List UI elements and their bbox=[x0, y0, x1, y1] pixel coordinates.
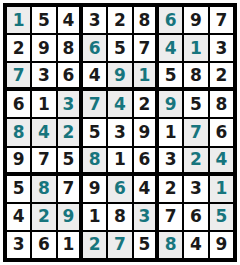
cell-r7c1[interactable]: 5 bbox=[7, 176, 30, 202]
cell-r3c2[interactable]: 3 bbox=[32, 63, 55, 89]
cell-r6c4[interactable]: 8 bbox=[83, 148, 106, 174]
cell-r8c2[interactable]: 2 bbox=[32, 204, 55, 230]
cell-r9c6[interactable]: 5 bbox=[134, 232, 157, 258]
cell-r2c6[interactable]: 7 bbox=[134, 35, 157, 61]
cell-r7c6[interactable]: 4 bbox=[134, 176, 157, 202]
cell-r8c4[interactable]: 1 bbox=[83, 204, 106, 230]
cell-r3c9[interactable]: 2 bbox=[210, 63, 233, 89]
cell-r8c6[interactable]: 3 bbox=[134, 204, 157, 230]
cell-r3c4[interactable]: 4 bbox=[83, 63, 106, 89]
cell-r6c2[interactable]: 7 bbox=[32, 148, 55, 174]
cell-r3c7[interactable]: 5 bbox=[159, 63, 182, 89]
cell-r1c4[interactable]: 3 bbox=[83, 7, 106, 33]
cell-r4c5[interactable]: 4 bbox=[108, 91, 131, 117]
cell-r1c1[interactable]: 1 bbox=[7, 7, 30, 33]
cell-r2c3[interactable]: 8 bbox=[58, 35, 81, 61]
cell-r4c6[interactable]: 2 bbox=[134, 91, 157, 117]
cell-r5c8[interactable]: 7 bbox=[184, 119, 207, 145]
cell-r2c7[interactable]: 4 bbox=[159, 35, 182, 61]
cell-r3c1[interactable]: 7 bbox=[7, 63, 30, 89]
cell-r1c6[interactable]: 8 bbox=[134, 7, 157, 33]
cell-r5c9[interactable]: 6 bbox=[210, 119, 233, 145]
cell-r1c2[interactable]: 5 bbox=[32, 7, 55, 33]
cell-r5c5[interactable]: 3 bbox=[108, 119, 131, 145]
cell-r6c3[interactable]: 5 bbox=[58, 148, 81, 174]
cell-r9c8[interactable]: 4 bbox=[184, 232, 207, 258]
cell-r9c4[interactable]: 2 bbox=[83, 232, 106, 258]
cell-r7c7[interactable]: 2 bbox=[159, 176, 182, 202]
sudoku-board: 1543286972986574137364915826137429588425… bbox=[3, 3, 237, 262]
cell-r4c8[interactable]: 5 bbox=[184, 91, 207, 117]
cell-r5c1[interactable]: 8 bbox=[7, 119, 30, 145]
cell-r4c4[interactable]: 7 bbox=[83, 91, 106, 117]
cell-r9c5[interactable]: 7 bbox=[108, 232, 131, 258]
cell-r3c8[interactable]: 8 bbox=[184, 63, 207, 89]
cell-r2c1[interactable]: 2 bbox=[7, 35, 30, 61]
cell-r2c5[interactable]: 5 bbox=[108, 35, 131, 61]
cell-r6c5[interactable]: 1 bbox=[108, 148, 131, 174]
cell-r8c9[interactable]: 5 bbox=[210, 204, 233, 230]
cell-r4c1[interactable]: 6 bbox=[7, 91, 30, 117]
cell-r8c7[interactable]: 7 bbox=[159, 204, 182, 230]
cell-r6c9[interactable]: 4 bbox=[210, 148, 233, 174]
cell-r1c5[interactable]: 2 bbox=[108, 7, 131, 33]
cell-r7c9[interactable]: 1 bbox=[210, 176, 233, 202]
cell-r5c4[interactable]: 5 bbox=[83, 119, 106, 145]
cell-r9c3[interactable]: 1 bbox=[58, 232, 81, 258]
cell-r1c9[interactable]: 7 bbox=[210, 7, 233, 33]
cell-r9c1[interactable]: 3 bbox=[7, 232, 30, 258]
cell-r5c3[interactable]: 2 bbox=[58, 119, 81, 145]
cell-r4c9[interactable]: 8 bbox=[210, 91, 233, 117]
cell-r1c8[interactable]: 9 bbox=[184, 7, 207, 33]
cell-r6c7[interactable]: 3 bbox=[159, 148, 182, 174]
cell-r5c6[interactable]: 9 bbox=[134, 119, 157, 145]
cell-r8c1[interactable]: 4 bbox=[7, 204, 30, 230]
cell-r5c7[interactable]: 1 bbox=[159, 119, 182, 145]
cell-r7c5[interactable]: 6 bbox=[108, 176, 131, 202]
cell-r9c7[interactable]: 8 bbox=[159, 232, 182, 258]
cell-r9c2[interactable]: 6 bbox=[32, 232, 55, 258]
cell-r7c2[interactable]: 8 bbox=[32, 176, 55, 202]
cell-r6c8[interactable]: 2 bbox=[184, 148, 207, 174]
cell-r7c3[interactable]: 7 bbox=[58, 176, 81, 202]
cell-r7c4[interactable]: 9 bbox=[83, 176, 106, 202]
cell-r7c8[interactable]: 3 bbox=[184, 176, 207, 202]
cell-r1c3[interactable]: 4 bbox=[58, 7, 81, 33]
cell-r3c5[interactable]: 9 bbox=[108, 63, 131, 89]
page: 1543286972986574137364915826137429588425… bbox=[0, 0, 240, 265]
cell-r3c3[interactable]: 6 bbox=[58, 63, 81, 89]
cell-r8c3[interactable]: 9 bbox=[58, 204, 81, 230]
cell-r6c6[interactable]: 6 bbox=[134, 148, 157, 174]
cell-r3c6[interactable]: 1 bbox=[134, 63, 157, 89]
cell-r5c2[interactable]: 4 bbox=[32, 119, 55, 145]
cell-r1c7[interactable]: 6 bbox=[159, 7, 182, 33]
cell-r2c9[interactable]: 3 bbox=[210, 35, 233, 61]
cell-r2c4[interactable]: 6 bbox=[83, 35, 106, 61]
cell-r4c3[interactable]: 3 bbox=[58, 91, 81, 117]
cell-r6c1[interactable]: 9 bbox=[7, 148, 30, 174]
cell-r4c2[interactable]: 1 bbox=[32, 91, 55, 117]
cell-r8c8[interactable]: 6 bbox=[184, 204, 207, 230]
cell-r4c7[interactable]: 9 bbox=[159, 91, 182, 117]
cell-r8c5[interactable]: 8 bbox=[108, 204, 131, 230]
cell-r2c2[interactable]: 9 bbox=[32, 35, 55, 61]
cell-r2c8[interactable]: 1 bbox=[184, 35, 207, 61]
cell-r9c9[interactable]: 9 bbox=[210, 232, 233, 258]
